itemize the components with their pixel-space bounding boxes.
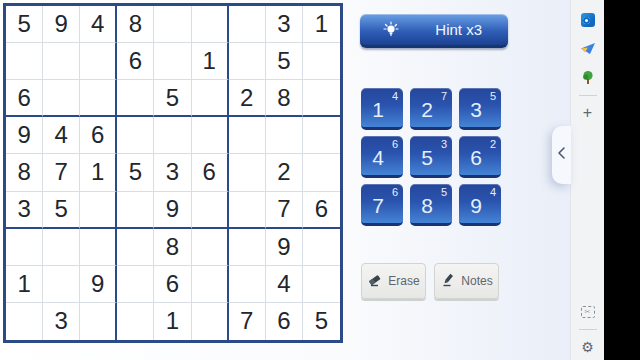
cell-r1c1[interactable]: 5 <box>6 6 43 43</box>
cell-r4c6[interactable] <box>192 117 229 154</box>
number-digit: 8 <box>421 194 433 218</box>
cell-r9c9[interactable]: 5 <box>303 303 340 340</box>
outlook-icon[interactable] <box>577 9 599 31</box>
edge-sidebar: + ✂ ⚙ <box>570 0 604 360</box>
notes-button[interactable]: Notes <box>434 263 499 299</box>
cell-r5c7[interactable] <box>229 154 266 191</box>
number-button-3[interactable]: 35 <box>459 88 501 130</box>
chevron-left-icon <box>557 146 566 164</box>
cell-r1c4[interactable]: 8 <box>117 6 154 43</box>
cell-r8c4[interactable] <box>117 266 154 303</box>
cell-r4c9[interactable] <box>303 117 340 154</box>
cell-r6c1[interactable]: 3 <box>6 192 43 229</box>
erase-label: Erase <box>388 274 419 288</box>
number-button-1[interactable]: 14 <box>361 88 403 130</box>
cell-r7c4[interactable] <box>117 229 154 266</box>
cell-r5c5[interactable]: 3 <box>154 154 191 191</box>
cell-r3c5[interactable]: 5 <box>154 80 191 117</box>
cell-r2c6[interactable]: 1 <box>192 43 229 80</box>
tree-icon[interactable] <box>577 67 599 89</box>
cell-r4c5[interactable] <box>154 117 191 154</box>
cell-r1c6[interactable] <box>192 6 229 43</box>
cell-r6c6[interactable] <box>192 192 229 229</box>
cell-r4c1[interactable]: 9 <box>6 117 43 154</box>
cell-r2c5[interactable] <box>154 43 191 80</box>
cell-r3c6[interactable] <box>192 80 229 117</box>
cell-r5c4[interactable]: 5 <box>117 154 154 191</box>
cell-r3c2[interactable] <box>43 80 80 117</box>
remaining-count-badge: 6 <box>392 186 398 198</box>
number-button-9[interactable]: 94 <box>459 184 501 226</box>
cell-r8c8[interactable]: 4 <box>266 266 303 303</box>
cell-r8c3[interactable]: 9 <box>80 266 117 303</box>
remaining-count-badge: 6 <box>392 138 398 150</box>
number-digit: 1 <box>372 98 384 122</box>
cell-r4c8[interactable] <box>266 117 303 154</box>
cell-r4c4[interactable] <box>117 117 154 154</box>
cell-r2c1[interactable] <box>6 43 43 80</box>
add-icon[interactable]: + <box>577 102 599 124</box>
cell-r4c2[interactable]: 4 <box>43 117 80 154</box>
cell-r6c3[interactable] <box>80 192 117 229</box>
cell-r1c8[interactable]: 3 <box>266 6 303 43</box>
sidebar-divider <box>579 95 597 96</box>
remaining-count-badge: 4 <box>490 186 496 198</box>
cell-r6c9[interactable]: 6 <box>303 192 340 229</box>
sudoku-app-window: 594831615652894687153623597689196431765 <box>0 0 640 360</box>
number-button-7[interactable]: 76 <box>361 184 403 226</box>
cell-r9c4[interactable] <box>117 303 154 340</box>
cell-r9c5[interactable]: 1 <box>154 303 191 340</box>
number-digit: 6 <box>470 146 482 170</box>
cell-r3c4[interactable] <box>117 80 154 117</box>
cell-r5c3[interactable]: 1 <box>80 154 117 191</box>
cell-r9c3[interactable] <box>80 303 117 340</box>
cell-r8c5[interactable]: 6 <box>154 266 191 303</box>
cell-r9c8[interactable]: 6 <box>266 303 303 340</box>
number-digit: 5 <box>421 146 433 170</box>
cell-r7c9[interactable] <box>303 229 340 266</box>
cell-r7c6[interactable] <box>192 229 229 266</box>
screen-capture-icon[interactable]: ✂ <box>577 301 599 323</box>
number-digit: 3 <box>470 98 482 122</box>
remaining-count-badge: 7 <box>441 90 447 102</box>
remaining-count-badge: 2 <box>490 138 496 150</box>
cell-r8c2[interactable] <box>43 266 80 303</box>
cell-r2c7[interactable] <box>229 43 266 80</box>
remaining-count-badge: 4 <box>392 90 398 102</box>
cell-r3c7[interactable]: 2 <box>229 80 266 117</box>
number-button-5[interactable]: 53 <box>410 136 452 178</box>
cell-r4c3[interactable]: 6 <box>80 117 117 154</box>
number-digit: 7 <box>372 194 384 218</box>
cell-r1c3[interactable]: 4 <box>80 6 117 43</box>
cell-r9c2[interactable]: 3 <box>43 303 80 340</box>
remaining-count-badge: 3 <box>441 138 447 150</box>
notes-label: Notes <box>461 274 492 288</box>
cell-r1c9[interactable]: 1 <box>303 6 340 43</box>
cell-r2c3[interactable] <box>80 43 117 80</box>
number-button-2[interactable]: 27 <box>410 88 452 130</box>
cell-r6c7[interactable] <box>229 192 266 229</box>
erase-button[interactable]: Erase <box>361 263 426 299</box>
cell-r1c2[interactable]: 9 <box>43 6 80 43</box>
cell-r7c8[interactable]: 9 <box>266 229 303 266</box>
cell-r8c1[interactable]: 1 <box>6 266 43 303</box>
cell-r3c8[interactable]: 8 <box>266 80 303 117</box>
number-button-6[interactable]: 62 <box>459 136 501 178</box>
cell-r3c1[interactable]: 6 <box>6 80 43 117</box>
remaining-count-badge: 5 <box>441 186 447 198</box>
cell-r3c9[interactable] <box>303 80 340 117</box>
paper-plane-icon[interactable] <box>577 38 599 60</box>
cell-r8c9[interactable] <box>303 266 340 303</box>
cell-r5c9[interactable] <box>303 154 340 191</box>
cell-r7c5[interactable]: 8 <box>154 229 191 266</box>
cell-r9c7[interactable]: 7 <box>229 303 266 340</box>
cell-r8c6[interactable] <box>192 266 229 303</box>
pencil-icon <box>440 273 456 290</box>
cell-r5c2[interactable]: 7 <box>43 154 80 191</box>
cell-r4c7[interactable] <box>229 117 266 154</box>
lightbulb-icon <box>382 21 400 39</box>
cell-r6c5[interactable]: 9 <box>154 192 191 229</box>
cell-r9c1[interactable] <box>6 303 43 340</box>
cell-r2c4[interactable]: 6 <box>117 43 154 80</box>
cell-r1c5[interactable] <box>154 6 191 43</box>
sudoku-board: 594831615652894687153623597689196431765 <box>3 3 343 343</box>
cell-r2c2[interactable] <box>43 43 80 80</box>
cell-r7c1[interactable] <box>6 229 43 266</box>
game-area: 594831615652894687153623597689196431765 <box>0 0 570 360</box>
cell-r5c1[interactable]: 8 <box>6 154 43 191</box>
remaining-count-badge: 5 <box>490 90 496 102</box>
cell-r3c3[interactable] <box>80 80 117 117</box>
cell-r9c6[interactable] <box>192 303 229 340</box>
number-digit: 4 <box>372 146 384 170</box>
cell-r6c4[interactable] <box>117 192 154 229</box>
cell-r7c2[interactable] <box>43 229 80 266</box>
cell-r1c7[interactable] <box>229 6 266 43</box>
screen-letterbox <box>604 0 640 360</box>
cell-r7c7[interactable] <box>229 229 266 266</box>
eraser-icon <box>367 273 383 290</box>
cell-r2c8[interactable]: 5 <box>266 43 303 80</box>
cell-r5c8[interactable]: 2 <box>266 154 303 191</box>
cell-r8c7[interactable] <box>229 266 266 303</box>
cell-r7c3[interactable] <box>80 229 117 266</box>
cell-r6c8[interactable]: 7 <box>266 192 303 229</box>
number-digit: 9 <box>470 194 482 218</box>
hint-button[interactable]: Hint x3 <box>360 14 508 48</box>
number-button-4[interactable]: 46 <box>361 136 403 178</box>
number-button-8[interactable]: 85 <box>410 184 452 226</box>
cell-r5c6[interactable]: 6 <box>192 154 229 191</box>
sidebar-collapse-button[interactable] <box>552 126 571 184</box>
cell-r6c2[interactable]: 5 <box>43 192 80 229</box>
settings-icon[interactable]: ⚙ <box>577 336 599 358</box>
cell-r2c9[interactable] <box>303 43 340 80</box>
sidebar-divider <box>579 329 597 330</box>
number-digit: 2 <box>421 98 433 122</box>
hint-label: Hint x3 <box>435 21 482 38</box>
